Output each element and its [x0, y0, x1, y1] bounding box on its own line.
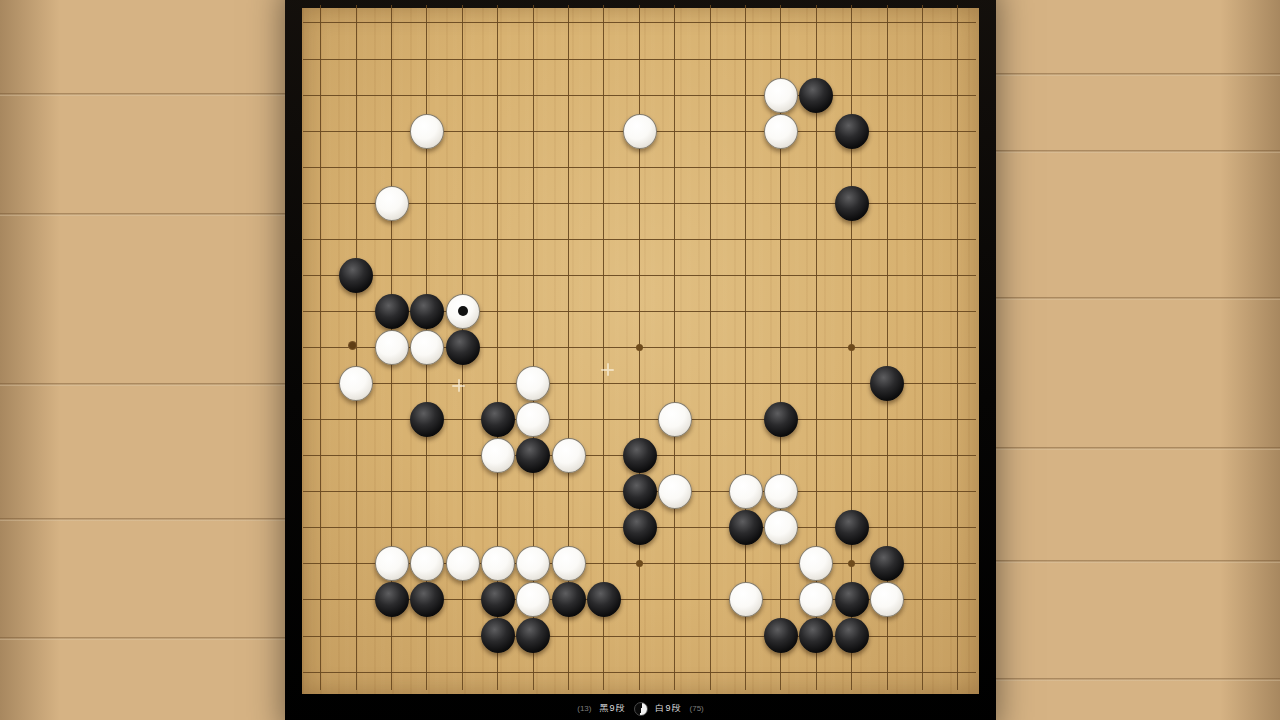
star-point — [636, 560, 643, 567]
white-stone — [375, 186, 409, 221]
white-stone — [481, 438, 515, 473]
black-timer-text: (13) — [577, 705, 591, 713]
black-stone — [552, 582, 586, 617]
white-stone — [339, 366, 373, 401]
black-stone — [375, 582, 409, 617]
black-stone — [835, 114, 869, 149]
board-grid[interactable] — [303, 5, 976, 690]
plank-seam — [0, 93, 285, 96]
black-stone — [835, 618, 869, 653]
black-stone — [799, 78, 833, 113]
white-stone — [764, 474, 798, 509]
black-stone — [835, 510, 869, 545]
white-stone — [481, 546, 515, 581]
black-stone — [446, 330, 480, 365]
white-stone — [446, 294, 480, 329]
white-stone — [446, 546, 480, 581]
black-stone — [410, 402, 444, 437]
black-stone — [870, 546, 904, 581]
star-point — [848, 560, 855, 567]
white-stone — [410, 546, 444, 581]
white-stone — [410, 114, 444, 149]
floor-shade-left — [0, 0, 60, 720]
white-stone — [516, 366, 550, 401]
black-stone — [375, 294, 409, 329]
plank-seam — [995, 150, 1280, 153]
white-stone — [375, 546, 409, 581]
black-stone — [764, 402, 798, 437]
black-stone — [481, 582, 515, 617]
yin-yang-icon — [634, 702, 648, 716]
plank-seam — [995, 297, 1280, 300]
black-stone — [623, 438, 657, 473]
white-player-label: 白9段 — [656, 704, 682, 713]
black-stone — [410, 294, 444, 329]
white-stone — [870, 582, 904, 617]
white-stone — [552, 438, 586, 473]
white-timer-text: (75) — [690, 705, 704, 713]
star-point — [636, 344, 643, 351]
black-stone — [516, 618, 550, 653]
plank-seam — [995, 447, 1280, 450]
star-point — [848, 344, 855, 351]
white-stone — [658, 474, 692, 509]
black-stone — [339, 258, 373, 293]
plank-seam — [995, 560, 1280, 563]
plank-seam — [995, 73, 1280, 76]
white-stone — [516, 582, 550, 617]
white-stone — [623, 114, 657, 149]
white-stone — [729, 474, 763, 509]
white-stone — [516, 402, 550, 437]
black-stone — [799, 618, 833, 653]
white-stone — [729, 582, 763, 617]
last-move-marker — [458, 306, 468, 316]
black-stone — [835, 582, 869, 617]
wood-knot — [348, 341, 357, 350]
white-stone — [410, 330, 444, 365]
status-bar: (13) 黑9段 白9段 (75) — [285, 697, 996, 720]
white-stone — [375, 330, 409, 365]
white-stone — [764, 78, 798, 113]
black-stone — [870, 366, 904, 401]
white-stone — [764, 114, 798, 149]
white-stone — [799, 546, 833, 581]
plank-seam — [0, 213, 285, 216]
black-stone — [481, 402, 515, 437]
white-stone — [799, 582, 833, 617]
floor-shade-right — [1220, 0, 1280, 720]
plank-seam — [995, 678, 1280, 681]
board-surface — [302, 8, 979, 694]
white-stone — [552, 546, 586, 581]
go-app-screen: { "game": "go", "board": { "size": 19, "… — [0, 0, 1280, 720]
black-player-label: 黑9段 — [599, 704, 625, 713]
board-frame — [285, 0, 996, 720]
white-stone — [658, 402, 692, 437]
black-stone — [835, 186, 869, 221]
plank-seam — [0, 637, 285, 640]
black-stone — [623, 510, 657, 545]
black-stone — [729, 510, 763, 545]
black-stone — [764, 618, 798, 653]
white-stone — [764, 510, 798, 545]
white-stone — [516, 546, 550, 581]
black-stone — [623, 474, 657, 509]
plank-seam — [0, 383, 285, 386]
black-stone — [481, 618, 515, 653]
plank-seam — [0, 518, 285, 521]
black-stone — [410, 582, 444, 617]
black-stone — [516, 438, 550, 473]
black-stone — [587, 582, 621, 617]
